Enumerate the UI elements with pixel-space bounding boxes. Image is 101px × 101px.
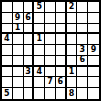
sudoku-cell-r1c1[interactable] (2, 2, 13, 13)
sudoku-cell-r2c4[interactable] (34, 13, 45, 24)
sudoku-cell-r9c5[interactable] (45, 88, 56, 99)
sudoku-cell-r7c2[interactable] (13, 67, 24, 78)
sudoku-cell-r5c4[interactable] (34, 45, 45, 56)
sudoku-cell-r9c1: 5 (2, 88, 13, 99)
sudoku-cell-r5c8: 3 (77, 45, 88, 56)
sudoku-cell-r4c8[interactable] (77, 34, 88, 45)
sudoku-cell-r5c3[interactable] (24, 45, 35, 56)
sudoku-cell-r7c8[interactable] (77, 67, 88, 78)
sudoku-cell-r3c5[interactable] (45, 24, 56, 35)
sudoku-cell-r8c2[interactable] (13, 77, 24, 88)
sudoku-cell-r6c3[interactable] (24, 56, 35, 67)
sudoku-cell-r7c7: 1 (67, 67, 78, 78)
sudoku-cell-r4c1: 4 (2, 34, 13, 45)
sudoku-cell-r5c5[interactable] (45, 45, 56, 56)
sudoku-cell-r4c2[interactable] (13, 34, 24, 45)
sudoku-cell-r1c4: 5 (34, 2, 45, 13)
sudoku-cell-r8c6: 6 (56, 77, 67, 88)
sudoku-cell-r9c9[interactable] (88, 88, 99, 99)
sudoku-cell-r2c2: 9 (13, 13, 24, 24)
sudoku-cell-r2c6[interactable] (56, 13, 67, 24)
sudoku-cell-r4c9[interactable] (88, 34, 99, 45)
sudoku-cell-r9c2[interactable] (13, 88, 24, 99)
sudoku-cell-r8c7[interactable] (67, 77, 78, 88)
sudoku-cell-r5c9: 9 (88, 45, 99, 56)
sudoku-cell-r6c4[interactable] (34, 56, 45, 67)
sudoku-cell-r9c6[interactable] (56, 88, 67, 99)
sudoku-cell-r8c9[interactable] (88, 77, 99, 88)
sudoku-cell-r1c7: 2 (67, 2, 78, 13)
sudoku-cell-r4c7[interactable] (67, 34, 78, 45)
sudoku-cell-r8c4[interactable] (34, 77, 45, 88)
sudoku-cell-r5c1[interactable] (2, 45, 13, 56)
sudoku-cell-r8c8[interactable] (77, 77, 88, 88)
sudoku-board: 52961413963417658 (0, 0, 101, 101)
sudoku-cell-r4c5[interactable] (45, 34, 56, 45)
sudoku-cell-r9c7: 8 (67, 88, 78, 99)
sudoku-cell-r6c5[interactable] (45, 56, 56, 67)
sudoku-cell-r1c2[interactable] (13, 2, 24, 13)
sudoku-cell-r1c6[interactable] (56, 2, 67, 13)
sudoku-cell-r8c5: 7 (45, 77, 56, 88)
sudoku-cell-r6c9[interactable] (88, 56, 99, 67)
sudoku-cell-r3c4[interactable] (34, 24, 45, 35)
sudoku-cell-r2c3: 6 (24, 13, 35, 24)
sudoku-cell-r4c3[interactable] (24, 34, 35, 45)
sudoku-cell-r6c6[interactable] (56, 56, 67, 67)
sudoku-cell-r3c2: 1 (13, 24, 24, 35)
sudoku-cell-r2c7[interactable] (67, 13, 78, 24)
sudoku-cell-r8c3[interactable] (24, 77, 35, 88)
sudoku-cell-r8c1[interactable] (2, 77, 13, 88)
sudoku-cell-r5c7[interactable] (67, 45, 78, 56)
sudoku-cell-r3c8[interactable] (77, 24, 88, 35)
sudoku-cell-r5c6[interactable] (56, 45, 67, 56)
sudoku-cell-r4c4: 1 (34, 34, 45, 45)
sudoku-cell-r1c9[interactable] (88, 2, 99, 13)
sudoku-cell-r2c9[interactable] (88, 13, 99, 24)
sudoku-cell-r2c8[interactable] (77, 13, 88, 24)
sudoku-cell-r7c4: 4 (34, 67, 45, 78)
sudoku-cell-r1c8[interactable] (77, 2, 88, 13)
sudoku-cell-r4c6[interactable] (56, 34, 67, 45)
sudoku-cell-r5c2[interactable] (13, 45, 24, 56)
sudoku-cell-r3c7[interactable] (67, 24, 78, 35)
sudoku-cell-r7c6[interactable] (56, 67, 67, 78)
sudoku-cell-r3c3[interactable] (24, 24, 35, 35)
sudoku-cell-r6c7[interactable] (67, 56, 78, 67)
sudoku-cell-r7c9[interactable] (88, 67, 99, 78)
sudoku-cell-r3c1[interactable] (2, 24, 13, 35)
sudoku-cell-r7c1[interactable] (2, 67, 13, 78)
sudoku-cell-r9c8[interactable] (77, 88, 88, 99)
sudoku-cell-r2c5[interactable] (45, 13, 56, 24)
sudoku-cell-r1c3[interactable] (24, 2, 35, 13)
sudoku-cell-r3c9[interactable] (88, 24, 99, 35)
sudoku-cell-r6c2[interactable] (13, 56, 24, 67)
sudoku-cell-r1c5[interactable] (45, 2, 56, 13)
sudoku-cell-r6c8: 6 (77, 56, 88, 67)
sudoku-cell-r9c3[interactable] (24, 88, 35, 99)
sudoku-cell-r7c5[interactable] (45, 67, 56, 78)
sudoku-cell-r2c1[interactable] (2, 13, 13, 24)
sudoku-cell-r7c3: 3 (24, 67, 35, 78)
sudoku-cell-r3c6[interactable] (56, 24, 67, 35)
sudoku-cell-r9c4[interactable] (34, 88, 45, 99)
sudoku-cell-r6c1[interactable] (2, 56, 13, 67)
